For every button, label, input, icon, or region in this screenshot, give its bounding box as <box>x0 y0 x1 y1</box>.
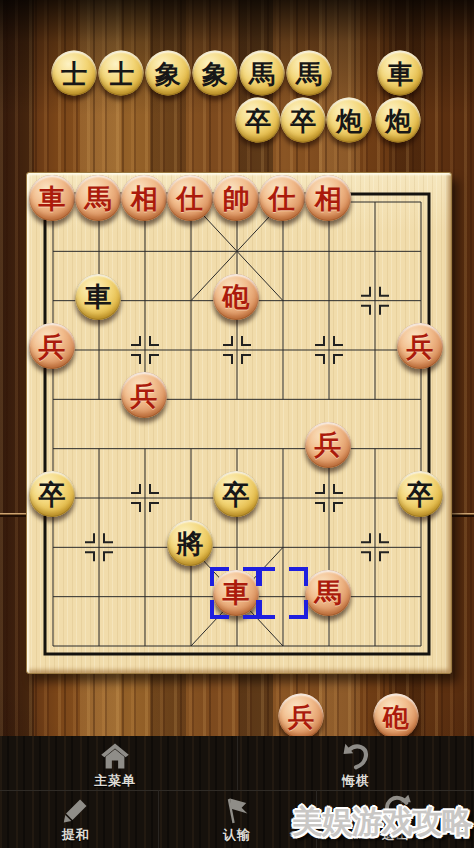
captured-piece-black-象: 象 <box>146 51 191 96</box>
piece-glyph: 炮 <box>336 107 362 133</box>
menu-divider-vertical <box>237 736 238 790</box>
offer-draw-button[interactable]: 提和 <box>30 796 122 844</box>
xiangqi-app-screen: 士士象象馬馬車卒卒炮炮 車馬相仕帥仕相車砲兵兵兵兵卒卒卒將車馬 兵砲 主菜单 悔… <box>0 0 474 848</box>
piece-black-卒[interactable]: 卒 <box>29 471 75 517</box>
piece-red-兵[interactable]: 兵 <box>121 372 167 418</box>
piece-red-仕[interactable]: 仕 <box>167 175 213 221</box>
captured-piece-black-車: 車 <box>378 51 423 96</box>
piece-red-仕[interactable]: 仕 <box>259 175 305 221</box>
piece-red-馬[interactable]: 馬 <box>305 570 351 616</box>
last-move-marker <box>256 567 308 619</box>
piece-glyph: 象 <box>155 60 181 86</box>
piece-glyph: 士 <box>61 60 87 86</box>
resign-label: 认输 <box>223 826 251 844</box>
undo-icon <box>340 740 372 770</box>
piece-red-兵[interactable]: 兵 <box>305 422 351 468</box>
piece-glyph: 馬 <box>315 579 342 606</box>
piece-glyph: 兵 <box>407 333 434 360</box>
piece-glyph: 兵 <box>131 382 158 409</box>
piece-glyph: 卒 <box>290 107 316 133</box>
menu-divider-horizontal <box>0 790 474 791</box>
piece-glyph: 車 <box>223 579 250 606</box>
resign-button[interactable]: 认输 <box>191 796 283 844</box>
piece-red-車[interactable]: 車 <box>213 570 259 616</box>
captured-piece-black-士: 士 <box>52 51 97 96</box>
undo-move-label: 悔棋 <box>342 772 370 790</box>
piece-glyph: 炮 <box>385 107 411 133</box>
piece-black-將[interactable]: 將 <box>167 520 213 566</box>
watermark-text: 美娱游戏攻略 <box>292 801 472 843</box>
pencil-icon <box>62 796 90 824</box>
piece-red-相[interactable]: 相 <box>121 175 167 221</box>
piece-red-車[interactable]: 車 <box>29 175 75 221</box>
piece-glyph: 卒 <box>223 481 250 508</box>
piece-red-砲[interactable]: 砲 <box>213 274 259 320</box>
piece-glyph: 仕 <box>269 185 296 212</box>
piece-red-帥[interactable]: 帥 <box>213 175 259 221</box>
piece-glyph: 士 <box>108 60 134 86</box>
captured-piece-black-卒: 卒 <box>281 98 326 143</box>
piece-black-卒[interactable]: 卒 <box>213 471 259 517</box>
piece-red-馬[interactable]: 馬 <box>75 175 121 221</box>
piece-red-兵[interactable]: 兵 <box>29 323 75 369</box>
captured-piece-black-士: 士 <box>99 51 144 96</box>
piece-glyph: 兵 <box>315 431 342 458</box>
piece-black-車[interactable]: 車 <box>75 274 121 320</box>
home-icon <box>100 742 130 770</box>
piece-glyph: 馬 <box>249 60 275 86</box>
piece-glyph: 相 <box>315 185 342 212</box>
main-menu-button[interactable]: 主菜单 <box>69 742 161 790</box>
piece-glyph: 卒 <box>245 107 271 133</box>
piece-glyph: 將 <box>177 530 204 557</box>
piece-glyph: 車 <box>85 283 112 310</box>
captured-piece-black-象: 象 <box>193 51 238 96</box>
piece-glyph: 仕 <box>177 185 204 212</box>
piece-red-兵[interactable]: 兵 <box>397 323 443 369</box>
offer-draw-label: 提和 <box>62 826 90 844</box>
piece-glyph: 兵 <box>288 703 314 729</box>
piece-glyph: 車 <box>387 60 413 86</box>
flag-icon <box>222 796 252 824</box>
captured-piece-black-馬: 馬 <box>240 51 285 96</box>
piece-glyph: 象 <box>202 60 228 86</box>
captured-piece-black-馬: 馬 <box>287 51 332 96</box>
captured-piece-red-砲: 砲 <box>374 694 419 739</box>
board-grid[interactable]: 車馬相仕帥仕相車砲兵兵兵兵卒卒卒將車馬 <box>29 177 443 670</box>
captured-piece-black-炮: 炮 <box>327 98 372 143</box>
piece-glyph: 砲 <box>383 703 409 729</box>
undo-move-button[interactable]: 悔棋 <box>310 740 402 790</box>
piece-black-卒[interactable]: 卒 <box>397 471 443 517</box>
piece-glyph: 帥 <box>223 185 250 212</box>
captured-piece-black-卒: 卒 <box>236 98 281 143</box>
main-menu-label: 主菜单 <box>94 772 136 790</box>
piece-glyph: 卒 <box>39 481 66 508</box>
piece-glyph: 馬 <box>296 60 322 86</box>
captured-piece-black-炮: 炮 <box>376 98 421 143</box>
piece-glyph: 兵 <box>39 333 66 360</box>
piece-glyph: 馬 <box>85 185 112 212</box>
captured-piece-red-兵: 兵 <box>279 694 324 739</box>
piece-red-相[interactable]: 相 <box>305 175 351 221</box>
piece-glyph: 砲 <box>223 283 250 310</box>
piece-glyph: 相 <box>131 185 158 212</box>
piece-glyph: 卒 <box>407 481 434 508</box>
menu-divider-vertical <box>158 790 159 848</box>
piece-glyph: 車 <box>39 185 66 212</box>
